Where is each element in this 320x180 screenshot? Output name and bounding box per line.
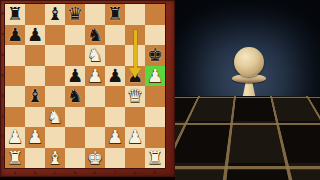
- square-a1: ♜: [5, 148, 25, 169]
- square-b7: ♟: [25, 25, 45, 46]
- square-h3: [145, 107, 165, 128]
- file-label-f: f: [105, 168, 125, 177]
- piece-black-queen: ♛: [65, 3, 85, 24]
- piece-white-rook: ♜: [5, 147, 25, 168]
- square-a6: [5, 45, 25, 66]
- square-d1: [65, 148, 85, 169]
- square-b2: ♟: [25, 127, 45, 148]
- square-d4: ♞: [65, 86, 85, 107]
- square-h1: ♜: [145, 148, 165, 169]
- file-label-b: b: [25, 168, 45, 177]
- pawn-photo: [175, 0, 320, 180]
- square-a4: [5, 86, 25, 107]
- square-f7: [105, 25, 125, 46]
- file-label-d: d: [65, 168, 85, 177]
- square-c6: [45, 45, 65, 66]
- square-d6: [65, 45, 85, 66]
- square-e8: [85, 4, 105, 25]
- square-c3: ♞: [45, 107, 65, 128]
- square-d2: [65, 127, 85, 148]
- square-c4: [45, 86, 65, 107]
- chess-board: 87654321 abcdefgh ♜♝♛♜♟♟♞♞♚♟♟♟♟♟♝♞♛♞♟♟♟♟…: [0, 0, 175, 177]
- piece-black-pawn: ♟: [105, 65, 125, 86]
- square-b1: [25, 148, 45, 169]
- piece-white-pawn: ♟: [105, 126, 125, 147]
- piece-white-queen: ♛: [125, 85, 145, 106]
- square-e5: ♟: [85, 66, 105, 87]
- square-a8: ♜: [5, 4, 25, 25]
- piece-black-pawn: ♟: [25, 24, 45, 45]
- piece-white-rook: ♜: [145, 147, 165, 168]
- square-f6: [105, 45, 125, 66]
- move-arrow-shaft: [134, 30, 137, 68]
- square-f5: ♟: [105, 66, 125, 87]
- piece-black-pawn: ♟: [5, 24, 25, 45]
- move-arrow-head: [129, 68, 141, 78]
- piece-black-rook: ♜: [105, 3, 125, 24]
- square-a2: ♟: [5, 127, 25, 148]
- square-f2: ♟: [105, 127, 125, 148]
- piece-black-pawn: ♟: [65, 65, 85, 86]
- piece-black-king: ♚: [145, 44, 165, 65]
- square-e7: ♞: [85, 25, 105, 46]
- square-f3: [105, 107, 125, 128]
- file-labels: abcdefgh: [5, 168, 165, 177]
- square-c2: [45, 127, 65, 148]
- piece-white-pawn: ♟: [5, 126, 25, 147]
- square-a3: [5, 107, 25, 128]
- file-label-e: e: [85, 168, 105, 177]
- piece-white-king: ♚: [85, 147, 105, 168]
- square-c1: ♝: [45, 148, 65, 169]
- piece-white-pawn: ♟: [25, 126, 45, 147]
- piece-black-bishop: ♝: [45, 3, 65, 24]
- square-e4: [85, 86, 105, 107]
- piece-white-knight: ♞: [85, 44, 105, 65]
- square-b6: [25, 45, 45, 66]
- square-b8: [25, 4, 45, 25]
- square-g8: [125, 4, 145, 25]
- piece-white-pawn: ♟: [145, 65, 165, 86]
- square-f8: ♜: [105, 4, 125, 25]
- square-a5: [5, 66, 25, 87]
- piece-white-knight: ♞: [45, 106, 65, 127]
- square-e1: ♚: [85, 148, 105, 169]
- file-label-h: h: [145, 168, 165, 177]
- square-g1: [125, 148, 145, 169]
- square-g2: ♟: [125, 127, 145, 148]
- square-e2: [85, 127, 105, 148]
- photo-vignette: [175, 0, 320, 180]
- square-f4: [105, 86, 125, 107]
- square-b5: [25, 66, 45, 87]
- square-d5: ♟: [65, 66, 85, 87]
- piece-black-knight: ♞: [85, 24, 105, 45]
- piece-black-rook: ♜: [5, 3, 25, 24]
- board-squares: ♜♝♛♜♟♟♞♞♚♟♟♟♟♟♝♞♛♞♟♟♟♟♜♝♚♜: [5, 4, 165, 168]
- square-a7: ♟: [5, 25, 25, 46]
- square-h2: [145, 127, 165, 148]
- file-label-g: g: [125, 168, 145, 177]
- square-d3: [65, 107, 85, 128]
- square-e3: [85, 107, 105, 128]
- square-h4: [145, 86, 165, 107]
- file-label-a: a: [5, 168, 25, 177]
- square-h6: ♚: [145, 45, 165, 66]
- piece-black-bishop: ♝: [25, 85, 45, 106]
- piece-white-pawn: ♟: [125, 126, 145, 147]
- square-f1: [105, 148, 125, 169]
- square-d8: ♛: [65, 4, 85, 25]
- square-g3: [125, 107, 145, 128]
- square-c7: [45, 25, 65, 46]
- square-d7: [65, 25, 85, 46]
- square-e6: ♞: [85, 45, 105, 66]
- square-b4: ♝: [25, 86, 45, 107]
- square-h8: [145, 4, 165, 25]
- piece-white-pawn: ♟: [85, 65, 105, 86]
- thumbnail: 87654321 abcdefgh ♜♝♛♜♟♟♞♞♚♟♟♟♟♟♝♞♛♞♟♟♟♟…: [0, 0, 320, 180]
- square-c5: [45, 66, 65, 87]
- square-b3: [25, 107, 45, 128]
- piece-white-bishop: ♝: [45, 147, 65, 168]
- square-h7: [145, 25, 165, 46]
- file-label-c: c: [45, 168, 65, 177]
- square-c8: ♝: [45, 4, 65, 25]
- piece-black-knight: ♞: [65, 85, 85, 106]
- square-g4: ♛: [125, 86, 145, 107]
- highlighted-square: ♟: [145, 66, 165, 87]
